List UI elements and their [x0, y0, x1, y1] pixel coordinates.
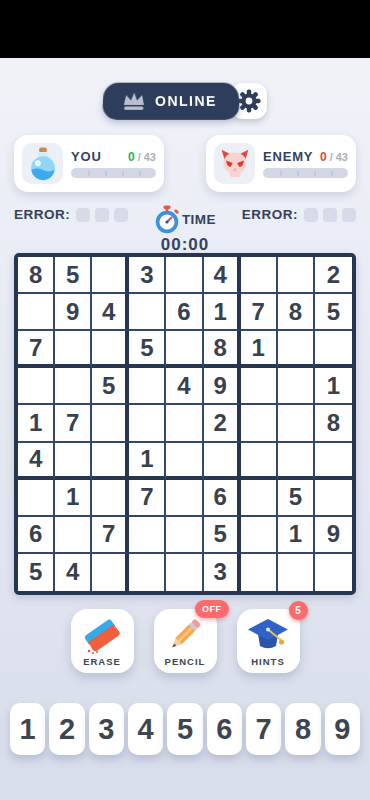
- eraser-icon: [80, 616, 124, 659]
- timer: TIME 00:00: [154, 205, 216, 255]
- error-slots-enemy: [304, 208, 356, 222]
- numpad-key-4[interactable]: 4: [128, 703, 163, 755]
- cell-r3c7[interactable]: 1: [241, 331, 278, 368]
- player-info-you: YOU 0 / 43: [71, 149, 156, 178]
- error-slot: [304, 208, 318, 222]
- numpad-key-3[interactable]: 3: [89, 703, 124, 755]
- cell-r8c4[interactable]: [129, 517, 166, 554]
- status-bar: [0, 0, 370, 58]
- cell-r6c3[interactable]: [92, 443, 129, 480]
- cell-r5c2[interactable]: 7: [55, 405, 92, 442]
- cell-r7c8[interactable]: 5: [278, 480, 315, 517]
- cell-r3c9[interactable]: [315, 331, 352, 368]
- cell-r4c7[interactable]: [241, 368, 278, 405]
- timer-value: 00:00: [161, 235, 209, 255]
- cell-r4c9[interactable]: 1: [315, 368, 352, 405]
- player-card-enemy: ENEMY 0 / 43: [206, 135, 356, 192]
- error-counter-you: ERROR:: [14, 207, 128, 222]
- toolbar: ERASE OFF PENCIL 5: [0, 609, 370, 673]
- cell-r5c1[interactable]: 1: [18, 405, 55, 442]
- progress-bar-enemy: [263, 168, 348, 178]
- cell-r7c2[interactable]: 1: [55, 480, 92, 517]
- cell-r6c4[interactable]: 1: [129, 443, 166, 480]
- pencil-button[interactable]: OFF PENCIL: [154, 609, 217, 673]
- cell-r8c7[interactable]: [241, 517, 278, 554]
- cell-r6c1[interactable]: 4: [18, 443, 55, 480]
- gear-icon: [237, 89, 261, 113]
- crown-icon: [121, 90, 148, 112]
- cell-r8c3[interactable]: 7: [92, 517, 129, 554]
- cell-r6c8[interactable]: [278, 443, 315, 480]
- error-slot: [95, 208, 109, 222]
- progress-bar-you: [71, 168, 156, 178]
- error-slot: [76, 208, 90, 222]
- cell-r6c9[interactable]: [315, 443, 352, 480]
- cell-r1c8[interactable]: [278, 257, 315, 294]
- mode-label: ONLINE: [155, 93, 217, 109]
- cell-r2c1[interactable]: [18, 294, 55, 331]
- player-score-enemy: 0 / 43: [320, 150, 348, 164]
- cell-r9c9[interactable]: [315, 554, 352, 591]
- cell-r5c8[interactable]: [278, 405, 315, 442]
- cell-r9c2[interactable]: 4: [55, 554, 92, 591]
- error-slot: [342, 208, 356, 222]
- cell-r5c5[interactable]: [166, 405, 203, 442]
- cell-r2c9[interactable]: 5: [315, 294, 352, 331]
- cell-r5c4[interactable]: [129, 405, 166, 442]
- sudoku-board: 85342946178575815491172841176567519543: [14, 253, 356, 595]
- cell-r7c5[interactable]: [166, 480, 203, 517]
- numpad-key-5[interactable]: 5: [167, 703, 202, 755]
- error-label-you: ERROR:: [14, 207, 70, 222]
- number-pad: 123456789: [0, 703, 370, 755]
- numpad-key-2[interactable]: 2: [49, 703, 84, 755]
- cell-r2c8[interactable]: 8: [278, 294, 315, 331]
- cell-r1c6[interactable]: 4: [204, 257, 241, 294]
- numpad-key-8[interactable]: 8: [285, 703, 320, 755]
- cell-r3c5[interactable]: [166, 331, 203, 368]
- stopwatch-icon: [154, 205, 180, 234]
- pencil-icon: [165, 616, 205, 659]
- player-card-you: YOU 0 / 43: [14, 135, 164, 192]
- cell-r1c2[interactable]: 5: [55, 257, 92, 294]
- cell-r1c4[interactable]: 3: [129, 257, 166, 294]
- player-score-you: 0 / 43: [128, 150, 156, 164]
- cell-r7c6[interactable]: 6: [204, 480, 241, 517]
- cell-r3c3[interactable]: [92, 331, 129, 368]
- cell-r2c2[interactable]: 9: [55, 294, 92, 331]
- cell-r9c5[interactable]: [166, 554, 203, 591]
- error-slot: [323, 208, 337, 222]
- cell-r2c5[interactable]: 6: [166, 294, 203, 331]
- numpad-key-6[interactable]: 6: [207, 703, 242, 755]
- error-counter-enemy: ERROR:: [242, 207, 356, 222]
- graduation-cap-icon: [245, 616, 291, 657]
- cell-r7c3[interactable]: [92, 480, 129, 517]
- app-screen: ONLINE: [0, 0, 370, 800]
- cell-r7c1[interactable]: [18, 480, 55, 517]
- cell-r3c8[interactable]: [278, 331, 315, 368]
- cell-r3c4[interactable]: 5: [129, 331, 166, 368]
- cell-r4c5[interactable]: 4: [166, 368, 203, 405]
- cell-r7c4[interactable]: 7: [129, 480, 166, 517]
- error-label-enemy: ERROR:: [242, 207, 298, 222]
- cell-r3c6[interactable]: 8: [204, 331, 241, 368]
- cell-r8c8[interactable]: 1: [278, 517, 315, 554]
- cell-r5c9[interactable]: 8: [315, 405, 352, 442]
- cell-r2c3[interactable]: 4: [92, 294, 129, 331]
- cell-r4c8[interactable]: [278, 368, 315, 405]
- cell-r5c6[interactable]: 2: [204, 405, 241, 442]
- cell-r4c6[interactable]: 9: [204, 368, 241, 405]
- cell-r4c3[interactable]: 5: [92, 368, 129, 405]
- player-name-enemy: ENEMY: [263, 149, 313, 164]
- status-row: ERROR: TIME 00:00 ERR: [0, 205, 370, 251]
- cell-r5c7[interactable]: [241, 405, 278, 442]
- cell-r2c7[interactable]: 7: [241, 294, 278, 331]
- error-slot: [114, 208, 128, 222]
- numpad-key-7[interactable]: 7: [246, 703, 281, 755]
- potion-icon: [22, 143, 63, 184]
- cell-r1c3[interactable]: [92, 257, 129, 294]
- cell-r6c7[interactable]: [241, 443, 278, 480]
- hints-button[interactable]: 5 HINTS: [237, 609, 300, 673]
- cell-r2c6[interactable]: 1: [204, 294, 241, 331]
- cell-r9c3[interactable]: [92, 554, 129, 591]
- player-panels: YOU 0 / 43 ENEMY: [0, 135, 370, 192]
- devil-skull-icon: [214, 143, 255, 184]
- cell-r1c5[interactable]: [166, 257, 203, 294]
- numpad-key-1[interactable]: 1: [10, 703, 45, 755]
- cell-r9c4[interactable]: [129, 554, 166, 591]
- hints-count-badge: 5: [289, 601, 308, 620]
- cell-r3c2[interactable]: [55, 331, 92, 368]
- erase-button[interactable]: ERASE: [71, 609, 134, 673]
- error-slots-you: [76, 208, 128, 222]
- cell-r4c2[interactable]: [55, 368, 92, 405]
- cell-r9c6[interactable]: 3: [204, 554, 241, 591]
- cell-r6c2[interactable]: [55, 443, 92, 480]
- player-name-you: YOU: [71, 149, 102, 164]
- cell-r8c5[interactable]: [166, 517, 203, 554]
- cell-r7c9[interactable]: [315, 480, 352, 517]
- numpad-key-9[interactable]: 9: [325, 703, 360, 755]
- cell-r2c4[interactable]: [129, 294, 166, 331]
- cell-r9c8[interactable]: [278, 554, 315, 591]
- cell-r4c4[interactable]: [129, 368, 166, 405]
- cell-r9c1[interactable]: 5: [18, 554, 55, 591]
- cell-r8c2[interactable]: [55, 517, 92, 554]
- cell-r7c7[interactable]: [241, 480, 278, 517]
- cell-r9c7[interactable]: [241, 554, 278, 591]
- cell-r5c3[interactable]: [92, 405, 129, 442]
- cell-r1c9[interactable]: 2: [315, 257, 352, 294]
- cell-r1c1[interactable]: 8: [18, 257, 55, 294]
- hints-label: HINTS: [251, 656, 285, 667]
- cell-r3c1[interactable]: 7: [18, 331, 55, 368]
- online-mode-pill[interactable]: ONLINE: [102, 83, 240, 120]
- cell-r4c1[interactable]: [18, 368, 55, 405]
- cell-r1c7[interactable]: [241, 257, 278, 294]
- header: ONLINE: [0, 82, 370, 120]
- cell-r6c6[interactable]: [204, 443, 241, 480]
- player-info-enemy: ENEMY 0 / 43: [263, 149, 348, 178]
- timer-label: TIME: [182, 212, 216, 227]
- cell-r8c1[interactable]: 6: [18, 517, 55, 554]
- cell-r8c9[interactable]: 9: [315, 517, 352, 554]
- cell-r8c6[interactable]: 5: [204, 517, 241, 554]
- cell-r6c5[interactable]: [166, 443, 203, 480]
